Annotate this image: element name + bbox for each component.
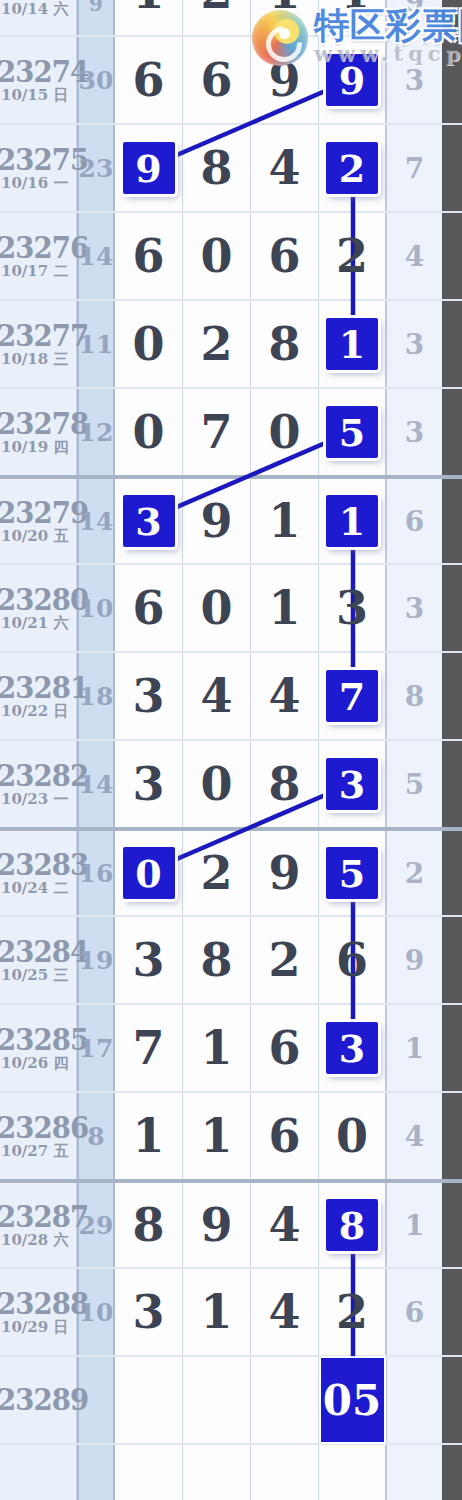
issue-cell: 23289 <box>0 1357 77 1443</box>
digit-value: 1 <box>132 1109 164 1163</box>
issue-number: 23279 <box>0 498 88 528</box>
miss-count: 12 <box>79 418 114 447</box>
tail-count: 6 <box>405 1296 424 1329</box>
tail-count: 5 <box>405 768 424 801</box>
digit-value: 6 <box>336 933 368 987</box>
right-edge-strip <box>442 653 462 739</box>
draw-date: 10/17 二 <box>1 263 68 280</box>
boxed-digit: 9 <box>123 142 175 194</box>
draw-date: 10/25 三 <box>1 967 68 984</box>
digit-cell: 2 <box>251 917 319 1003</box>
right-edge-strip <box>442 301 462 387</box>
digit-cell: 6 <box>319 917 387 1003</box>
digit-cell <box>115 1445 183 1500</box>
miss-count: 11 <box>79 330 114 359</box>
digit-value: 3 <box>132 933 164 987</box>
issue-cell: 2327510/16 一 <box>0 125 77 211</box>
right-edge-strip <box>442 125 462 211</box>
issue-cell: 2328010/21 六 <box>0 565 77 651</box>
right-edge-strip <box>442 831 462 915</box>
issue-number: 23274 <box>0 57 88 87</box>
miss-count-cell: 19 <box>77 917 115 1003</box>
draw-date: 10/23 一 <box>1 791 68 808</box>
digit-value: 9 <box>268 846 300 900</box>
boxed-digit: 5 <box>326 847 378 899</box>
digit-value: 0 <box>200 229 232 283</box>
miss-count-cell: 16 <box>77 831 115 915</box>
digit-value: 7 <box>200 405 232 459</box>
digit-cell: 6 <box>251 1005 319 1091</box>
miss-count: 10 <box>79 1298 114 1327</box>
tail-count-cell: 1 <box>387 1005 442 1091</box>
digit-cell: 6 <box>115 565 183 651</box>
boxed-digit: 3 <box>326 1022 378 1074</box>
digit-value: 8 <box>268 757 300 811</box>
digit-value: 6 <box>268 1109 300 1163</box>
right-edge-strip <box>442 1445 462 1500</box>
tail-count-cell: 4 <box>387 1093 442 1179</box>
digit-cell: 4 <box>251 1269 319 1355</box>
chart-row: 2328410/25 三1938269 <box>0 915 462 1003</box>
digit-cell: 1 <box>183 1093 251 1179</box>
digit-value: 2 <box>200 846 232 900</box>
digit-cell: 3 <box>115 741 183 827</box>
digit-value: 1 <box>200 1021 232 1075</box>
digit-value: 1 <box>200 1285 232 1339</box>
digit-value: 3 <box>132 757 164 811</box>
site-watermark-text: 特区彩票网 www.tqcp.net <box>314 6 462 64</box>
miss-count-cell: 10 <box>77 1269 115 1355</box>
miss-count: 14 <box>79 242 114 271</box>
issue-number: 23285 <box>0 1025 88 1055</box>
digit-cell: 1 <box>115 0 183 35</box>
digit-value: 4 <box>268 1285 300 1339</box>
miss-count-cell <box>77 1445 115 1500</box>
draw-date: 10/26 四 <box>1 1055 68 1072</box>
draw-date: 10/16 一 <box>1 175 68 192</box>
digit-cell: 0 <box>319 1093 387 1179</box>
tail-count: 6 <box>405 505 424 538</box>
digit-cell: 1 <box>251 565 319 651</box>
tail-count-cell: 3 <box>387 389 442 475</box>
digit-cell: 05 <box>319 1357 387 1443</box>
digit-cell <box>251 1445 319 1500</box>
draw-date: 10/14 六 <box>1 1 68 18</box>
digit-value: 6 <box>132 581 164 635</box>
issue-cell: 2328610/27 五 <box>0 1093 77 1179</box>
tail-count: 3 <box>405 64 424 97</box>
digit-cell: 2 <box>183 301 251 387</box>
chart-row: 2327810/19 四1207053 <box>0 387 462 475</box>
tail-count-cell <box>387 1445 442 1500</box>
digit-cell: 9 <box>251 831 319 915</box>
digit-value: 4 <box>200 669 232 723</box>
draw-date: 10/29 日 <box>1 1319 68 1336</box>
digit-cell: 6 <box>183 37 251 123</box>
boxed-digit: 0 <box>123 847 175 899</box>
right-edge-strip <box>442 741 462 827</box>
digit-value: 1 <box>268 494 300 548</box>
digit-cell <box>115 1357 183 1443</box>
issue-number: 23288 <box>0 1289 88 1319</box>
miss-count-cell: 10 <box>77 565 115 651</box>
chart-row: 2327510/16 一2398427 <box>0 123 462 211</box>
digit-value: 6 <box>132 53 164 107</box>
issue-number: 23287 <box>0 1202 88 1232</box>
digit-cell: 8 <box>183 917 251 1003</box>
digit-cell <box>251 1357 319 1443</box>
chart-row: 2327610/17 二1460624 <box>0 211 462 299</box>
right-edge-strip <box>442 917 462 1003</box>
miss-count: 29 <box>79 1211 114 1240</box>
site-logo-swirl-icon <box>252 10 308 66</box>
digit-value: 8 <box>200 141 232 195</box>
issue-cell: 2327610/17 二 <box>0 213 77 299</box>
digit-cell: 7 <box>115 1005 183 1091</box>
digit-value: 8 <box>132 1198 164 1252</box>
tail-count: 3 <box>405 416 424 449</box>
issue-cell <box>0 1445 77 1500</box>
chart-row: 2328210/23 一1430835 <box>0 739 462 827</box>
digit-value: 2 <box>336 229 368 283</box>
boxed-digit: 3 <box>123 495 175 547</box>
digit-value: 8 <box>200 933 232 987</box>
digit-value: 0 <box>132 317 164 371</box>
right-edge-strip <box>442 1183 462 1267</box>
chart-row: 2327910/20 五1439116 <box>0 475 462 563</box>
digit-cell: 3 <box>115 653 183 739</box>
tail-count: 9 <box>405 944 424 977</box>
tail-count-cell: 6 <box>387 1269 442 1355</box>
miss-count: 16 <box>79 859 114 888</box>
digit-cell: 3 <box>115 479 183 563</box>
issue-cell: 2327710/18 三 <box>0 301 77 387</box>
digit-cell: 7 <box>183 389 251 475</box>
draw-date: 10/20 五 <box>1 528 68 545</box>
digit-cell: 8 <box>319 1183 387 1267</box>
miss-count: 30 <box>79 66 114 95</box>
digit-cell <box>183 1357 251 1443</box>
digit-value: 2 <box>200 0 232 19</box>
issue-number: 23289 <box>0 1385 88 1415</box>
digit-value: 4 <box>268 669 300 723</box>
digit-cell: 4 <box>183 653 251 739</box>
boxed-digit: 7 <box>326 670 378 722</box>
tail-count: 1 <box>405 1209 424 1242</box>
digit-cell: 6 <box>251 1093 319 1179</box>
digit-cell: 2 <box>319 1269 387 1355</box>
digit-value: 6 <box>200 53 232 107</box>
issue-cell: 2328510/26 四 <box>0 1005 77 1091</box>
tail-count: 4 <box>405 1120 424 1153</box>
digit-value: 0 <box>200 757 232 811</box>
right-edge-strip <box>442 389 462 475</box>
tail-count-cell: 5 <box>387 741 442 827</box>
digit-value: 3 <box>132 1285 164 1339</box>
boxed-digit: 05 <box>321 1358 384 1442</box>
digit-cell: 8 <box>183 125 251 211</box>
miss-count-cell: 14 <box>77 213 115 299</box>
site-url: www.tqcp.net <box>314 44 462 64</box>
digit-cell: 0 <box>115 301 183 387</box>
site-watermark: 特区彩票网 www.tqcp.net <box>252 6 462 66</box>
chart-row <box>0 1443 462 1500</box>
tail-count-cell: 9 <box>387 917 442 1003</box>
issue-number: 23275 <box>0 145 88 175</box>
tail-count-cell: 7 <box>387 125 442 211</box>
digit-cell: 9 <box>115 125 183 211</box>
chart-rows: 10/14 六9121492327410/15 日30669932327510/… <box>0 0 462 1500</box>
issue-number: 23277 <box>0 321 88 351</box>
tail-count-cell: 8 <box>387 653 442 739</box>
digit-cell: 0 <box>183 213 251 299</box>
digit-cell: 6 <box>251 213 319 299</box>
tail-count: 3 <box>405 328 424 361</box>
miss-count: 19 <box>79 946 114 975</box>
draw-date: 10/22 日 <box>1 703 68 720</box>
digit-value: 0 <box>336 1109 368 1163</box>
digit-value: 3 <box>132 669 164 723</box>
digit-cell: 7 <box>319 653 387 739</box>
digit-cell: 1 <box>319 301 387 387</box>
digit-cell <box>183 1445 251 1500</box>
chart-row: 2328905 <box>0 1355 462 1443</box>
issue-cell: 2328110/22 日 <box>0 653 77 739</box>
digit-cell: 2 <box>183 831 251 915</box>
issue-cell: 10/14 六 <box>0 0 77 35</box>
miss-count-cell: 17 <box>77 1005 115 1091</box>
digit-cell: 3 <box>115 1269 183 1355</box>
digit-value: 4 <box>268 1198 300 1252</box>
issue-number: 23276 <box>0 233 88 263</box>
miss-count: 23 <box>79 154 114 183</box>
issue-number: 23284 <box>0 937 88 967</box>
miss-count-cell: 14 <box>77 741 115 827</box>
digit-value: 0 <box>200 581 232 635</box>
miss-count: 8 <box>87 1122 104 1151</box>
digit-value: 7 <box>132 1021 164 1075</box>
digit-cell: 3 <box>115 917 183 1003</box>
issue-cell: 2327410/15 日 <box>0 37 77 123</box>
issue-cell: 2328310/24 二 <box>0 831 77 915</box>
digit-cell: 6 <box>115 37 183 123</box>
digit-cell: 5 <box>319 389 387 475</box>
tail-count-cell: 3 <box>387 565 442 651</box>
miss-count-cell: 9 <box>77 0 115 35</box>
digit-value: 2 <box>200 317 232 371</box>
issue-cell: 2328810/29 日 <box>0 1269 77 1355</box>
tail-count-cell: 3 <box>387 301 442 387</box>
issue-number: 23280 <box>0 585 88 615</box>
issue-cell: 2328710/28 六 <box>0 1183 77 1267</box>
digit-cell: 3 <box>319 741 387 827</box>
miss-count-cell: 30 <box>77 37 115 123</box>
digit-cell: 2 <box>183 0 251 35</box>
draw-date: 10/27 五 <box>1 1143 68 1160</box>
digit-value: 0 <box>132 405 164 459</box>
digit-cell: 4 <box>251 125 319 211</box>
boxed-digit: 1 <box>326 495 378 547</box>
digit-value: 8 <box>268 317 300 371</box>
tail-count: 2 <box>405 857 424 890</box>
issue-number: 23286 <box>0 1113 88 1143</box>
digit-value: 2 <box>268 933 300 987</box>
right-edge-strip <box>442 479 462 563</box>
right-edge-strip <box>442 1093 462 1179</box>
digit-value: 9 <box>200 494 232 548</box>
miss-count: 17 <box>79 1034 114 1063</box>
boxed-digit: 5 <box>326 406 378 458</box>
miss-count: 18 <box>79 682 114 711</box>
digit-value: 6 <box>132 229 164 283</box>
draw-date: 10/18 三 <box>1 351 68 368</box>
digit-cell: 2 <box>319 213 387 299</box>
miss-count-cell: 29 <box>77 1183 115 1267</box>
tail-count-cell <box>387 1357 442 1443</box>
tail-count-cell: 1 <box>387 1183 442 1267</box>
miss-count: 9 <box>89 0 103 16</box>
digit-cell: 8 <box>251 741 319 827</box>
chart-row: 2328010/21 六1060133 <box>0 563 462 651</box>
issue-cell: 2328410/25 三 <box>0 917 77 1003</box>
digit-cell: 8 <box>115 1183 183 1267</box>
miss-count-cell: 11 <box>77 301 115 387</box>
lottery-trend-chart: 10/14 六9121492327410/15 日30669932327510/… <box>0 0 462 1500</box>
tail-count: 3 <box>405 592 424 625</box>
digit-cell: 2 <box>319 125 387 211</box>
miss-count-cell: 12 <box>77 389 115 475</box>
miss-count: 14 <box>79 507 114 536</box>
digit-value: 6 <box>268 229 300 283</box>
digit-cell: 3 <box>319 565 387 651</box>
digit-cell: 0 <box>115 389 183 475</box>
right-edge-strip <box>442 1005 462 1091</box>
boxed-digit: 8 <box>326 1199 378 1251</box>
digit-cell: 1 <box>183 1005 251 1091</box>
right-edge-strip <box>442 565 462 651</box>
miss-count-cell: 14 <box>77 479 115 563</box>
issue-number: 23281 <box>0 673 88 703</box>
draw-date: 10/24 二 <box>1 880 68 897</box>
digit-cell: 4 <box>251 1183 319 1267</box>
digit-cell: 0 <box>115 831 183 915</box>
boxed-digit: 2 <box>326 142 378 194</box>
digit-cell <box>319 1445 387 1500</box>
digit-cell: 8 <box>251 301 319 387</box>
digit-value: 0 <box>268 405 300 459</box>
issue-number: 23278 <box>0 409 88 439</box>
digit-cell: 1 <box>115 1093 183 1179</box>
digit-cell: 5 <box>319 831 387 915</box>
right-edge-strip <box>442 1269 462 1355</box>
chart-row: 2328510/26 四1771631 <box>0 1003 462 1091</box>
digit-value: 9 <box>200 1198 232 1252</box>
chart-row: 2328310/24 二1602952 <box>0 827 462 915</box>
digit-cell: 1 <box>251 479 319 563</box>
tail-count: 4 <box>405 240 424 273</box>
chart-row: 2328710/28 六2989481 <box>0 1179 462 1267</box>
tail-count-cell: 4 <box>387 213 442 299</box>
chart-row: 2328810/29 日1031426 <box>0 1267 462 1355</box>
digit-cell: 0 <box>183 741 251 827</box>
draw-date: 10/28 六 <box>1 1232 68 1249</box>
site-name: 特区彩票网 <box>314 6 462 44</box>
digit-cell: 0 <box>251 389 319 475</box>
digit-cell: 4 <box>251 653 319 739</box>
boxed-digit: 3 <box>326 758 378 810</box>
boxed-digit: 1 <box>326 318 378 370</box>
right-edge-strip <box>442 1357 462 1443</box>
digit-cell: 3 <box>319 1005 387 1091</box>
digit-value: 1 <box>268 581 300 635</box>
digit-cell: 9 <box>183 1183 251 1267</box>
issue-number: 23283 <box>0 850 88 880</box>
draw-date: 10/21 六 <box>1 615 68 632</box>
draw-date: 10/19 四 <box>1 439 68 456</box>
digit-value: 3 <box>336 581 368 635</box>
digit-cell: 1 <box>319 479 387 563</box>
miss-count-cell: 23 <box>77 125 115 211</box>
digit-cell: 0 <box>183 565 251 651</box>
tail-count-cell: 2 <box>387 831 442 915</box>
issue-cell: 2328210/23 一 <box>0 741 77 827</box>
chart-row: 2327710/18 三1102813 <box>0 299 462 387</box>
chart-row: 2328610/27 五811604 <box>0 1091 462 1179</box>
digit-value: 2 <box>336 1285 368 1339</box>
right-edge-strip <box>442 213 462 299</box>
digit-value: 6 <box>268 1021 300 1075</box>
issue-cell: 2327810/19 四 <box>0 389 77 475</box>
miss-count: 10 <box>79 594 114 623</box>
miss-count: 14 <box>79 770 114 799</box>
chart-row: 2328110/22 日1834478 <box>0 651 462 739</box>
digit-cell: 6 <box>115 213 183 299</box>
digit-value: 1 <box>132 0 164 19</box>
issue-cell: 2327910/20 五 <box>0 479 77 563</box>
tail-count-cell: 6 <box>387 479 442 563</box>
miss-count-cell: 18 <box>77 653 115 739</box>
digit-cell: 1 <box>183 1269 251 1355</box>
draw-date: 10/15 日 <box>1 87 68 104</box>
digit-value: 4 <box>268 141 300 195</box>
tail-count: 7 <box>405 152 424 185</box>
tail-count: 8 <box>405 680 424 713</box>
issue-number: 23282 <box>0 761 88 791</box>
digit-value: 1 <box>200 1109 232 1163</box>
tail-count: 1 <box>405 1032 424 1065</box>
digit-cell: 9 <box>183 479 251 563</box>
